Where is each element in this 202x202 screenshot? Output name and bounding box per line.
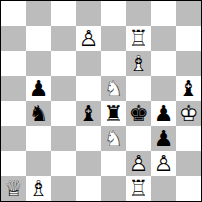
white-bishop-icon[interactable]: ♝♗ xyxy=(126,51,151,76)
square-b3[interactable] xyxy=(26,126,51,151)
square-g4[interactable]: ♟ xyxy=(151,101,176,126)
square-d5[interactable] xyxy=(76,76,101,101)
square-b1[interactable]: ♝♗ xyxy=(26,176,51,201)
square-a4[interactable] xyxy=(1,101,26,126)
square-e6[interactable] xyxy=(101,51,126,76)
white-piece-outline: ♗ xyxy=(26,176,51,201)
white-piece-outline: ♘ xyxy=(101,126,126,151)
white-piece-outline: ♙ xyxy=(151,151,176,176)
white-piece-outline: ♕ xyxy=(1,176,26,201)
square-b2[interactable] xyxy=(26,151,51,176)
square-a5[interactable] xyxy=(1,76,26,101)
white-rook-icon[interactable]: ♜♖ xyxy=(126,176,151,201)
square-e1[interactable] xyxy=(101,176,126,201)
square-h1[interactable] xyxy=(176,176,201,201)
black-king-icon[interactable]: ♚ xyxy=(126,101,151,126)
square-a6[interactable] xyxy=(1,51,26,76)
square-h3[interactable] xyxy=(176,126,201,151)
black-bishop-icon[interactable]: ♝ xyxy=(76,101,101,126)
square-h5[interactable]: ♝ xyxy=(176,76,201,101)
square-b8[interactable] xyxy=(26,1,51,26)
black-piece-glyph: ♝ xyxy=(176,76,201,101)
square-g5[interactable] xyxy=(151,76,176,101)
square-d4[interactable]: ♝ xyxy=(76,101,101,126)
square-b6[interactable] xyxy=(26,51,51,76)
square-b7[interactable] xyxy=(26,26,51,51)
square-e2[interactable] xyxy=(101,151,126,176)
square-c2[interactable] xyxy=(51,151,76,176)
square-f3[interactable] xyxy=(126,126,151,151)
square-d1[interactable] xyxy=(76,176,101,201)
white-pawn-icon[interactable]: ♟♙ xyxy=(126,151,151,176)
square-h8[interactable] xyxy=(176,1,201,26)
black-piece-glyph: ♞ xyxy=(26,101,51,126)
white-knight-icon[interactable]: ♞♘ xyxy=(101,126,126,151)
white-pawn-icon[interactable]: ♟♙ xyxy=(151,151,176,176)
square-a1[interactable]: ♛♕ xyxy=(1,176,26,201)
square-g1[interactable] xyxy=(151,176,176,201)
square-h4[interactable]: ♚♔ xyxy=(176,101,201,126)
square-g8[interactable] xyxy=(151,1,176,26)
black-piece-glyph: ♟ xyxy=(151,101,176,126)
square-d3[interactable] xyxy=(76,126,101,151)
square-g6[interactable] xyxy=(151,51,176,76)
square-a2[interactable] xyxy=(1,151,26,176)
square-a8[interactable] xyxy=(1,1,26,26)
square-f2[interactable]: ♟♙ xyxy=(126,151,151,176)
square-h7[interactable] xyxy=(176,26,201,51)
square-f7[interactable]: ♜♖ xyxy=(126,26,151,51)
black-piece-glyph: ♚ xyxy=(126,101,151,126)
square-f8[interactable] xyxy=(126,1,151,26)
white-piece-outline: ♙ xyxy=(126,151,151,176)
chess-board: ♟♙♜♖♝♗♟♞♘♝♞♝♜♚♟♚♔♞♘♟♟♙♟♙♛♕♝♗♜♖ xyxy=(0,0,202,202)
square-f5[interactable] xyxy=(126,76,151,101)
black-knight-icon[interactable]: ♞ xyxy=(26,101,51,126)
white-piece-outline: ♘ xyxy=(101,76,126,101)
square-d6[interactable] xyxy=(76,51,101,76)
black-piece-glyph: ♟ xyxy=(151,126,176,151)
white-rook-icon[interactable]: ♜♖ xyxy=(126,26,151,51)
square-h6[interactable] xyxy=(176,51,201,76)
square-c3[interactable] xyxy=(51,126,76,151)
white-piece-outline: ♖ xyxy=(126,176,151,201)
square-g7[interactable] xyxy=(151,26,176,51)
square-e4[interactable]: ♜ xyxy=(101,101,126,126)
square-f1[interactable]: ♜♖ xyxy=(126,176,151,201)
square-d8[interactable] xyxy=(76,1,101,26)
square-h2[interactable] xyxy=(176,151,201,176)
square-c4[interactable] xyxy=(51,101,76,126)
black-piece-glyph: ♝ xyxy=(76,101,101,126)
square-c7[interactable] xyxy=(51,26,76,51)
square-g2[interactable]: ♟♙ xyxy=(151,151,176,176)
black-pawn-icon[interactable]: ♟ xyxy=(151,101,176,126)
square-f4[interactable]: ♚ xyxy=(126,101,151,126)
white-knight-icon[interactable]: ♞♘ xyxy=(101,76,126,101)
white-piece-outline: ♔ xyxy=(176,101,201,126)
square-e3[interactable]: ♞♘ xyxy=(101,126,126,151)
black-pawn-icon[interactable]: ♟ xyxy=(151,126,176,151)
square-d2[interactable] xyxy=(76,151,101,176)
square-e8[interactable] xyxy=(101,1,126,26)
square-f6[interactable]: ♝♗ xyxy=(126,51,151,76)
black-pawn-icon[interactable]: ♟ xyxy=(26,76,51,101)
white-piece-outline: ♙ xyxy=(76,26,101,51)
white-piece-outline: ♗ xyxy=(126,51,151,76)
white-piece-outline: ♖ xyxy=(126,26,151,51)
black-rook-icon[interactable]: ♜ xyxy=(101,101,126,126)
square-c5[interactable] xyxy=(51,76,76,101)
black-bishop-icon[interactable]: ♝ xyxy=(176,76,201,101)
square-b4[interactable]: ♞ xyxy=(26,101,51,126)
square-c6[interactable] xyxy=(51,51,76,76)
square-e7[interactable] xyxy=(101,26,126,51)
white-king-icon[interactable]: ♚♔ xyxy=(176,101,201,126)
white-pawn-icon[interactable]: ♟♙ xyxy=(76,26,101,51)
black-piece-glyph: ♜ xyxy=(101,101,126,126)
square-c1[interactable] xyxy=(51,176,76,201)
square-a3[interactable] xyxy=(1,126,26,151)
white-bishop-icon[interactable]: ♝♗ xyxy=(26,176,51,201)
square-d7[interactable]: ♟♙ xyxy=(76,26,101,51)
square-b5[interactable]: ♟ xyxy=(26,76,51,101)
square-g3[interactable]: ♟ xyxy=(151,126,176,151)
square-a7[interactable] xyxy=(1,26,26,51)
white-queen-icon[interactable]: ♛♕ xyxy=(1,176,26,201)
square-e5[interactable]: ♞♘ xyxy=(101,76,126,101)
black-piece-glyph: ♟ xyxy=(26,76,51,101)
square-c8[interactable] xyxy=(51,1,76,26)
